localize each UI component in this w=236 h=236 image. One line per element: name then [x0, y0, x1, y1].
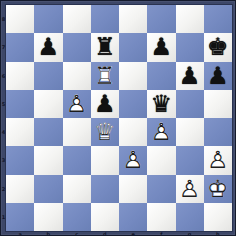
piece-white-rook[interactable]: ♜♖	[91, 62, 119, 90]
square-c2[interactable]	[63, 175, 91, 203]
white-king-glyph: ♔	[207, 177, 229, 201]
square-a3[interactable]	[6, 146, 34, 174]
piece-black-rook[interactable]: ♜	[91, 33, 119, 61]
square-h2[interactable]: ♚♔	[204, 175, 232, 203]
white-queen-glyph: ♕	[94, 120, 116, 144]
square-d8[interactable]	[91, 5, 119, 33]
square-g4[interactable]	[176, 118, 204, 146]
piece-black-pawn[interactable]: ♟	[204, 62, 232, 90]
square-d6[interactable]: ♜♖	[91, 62, 119, 90]
black-king-glyph: ♚	[207, 35, 229, 59]
square-g5[interactable]	[176, 90, 204, 118]
white-pawn-glyph: ♙	[151, 120, 173, 144]
square-h4[interactable]	[204, 118, 232, 146]
square-a1[interactable]	[6, 203, 34, 231]
square-b1[interactable]	[34, 203, 62, 231]
piece-black-pawn[interactable]: ♟	[91, 90, 119, 118]
square-e6[interactable]	[119, 62, 147, 90]
square-h1[interactable]	[204, 203, 232, 231]
square-f1[interactable]	[147, 203, 175, 231]
black-rook-glyph: ♜	[94, 35, 116, 59]
square-h6[interactable]: ♟	[204, 62, 232, 90]
chess-board: ♟♜♟♚♜♖♟♟♟♙♟♛♛♕♟♙♟♙♟♙♟♙♚♔	[6, 5, 232, 231]
square-g1[interactable]	[176, 203, 204, 231]
square-b8[interactable]	[34, 5, 62, 33]
square-d2[interactable]	[91, 175, 119, 203]
square-f5[interactable]: ♛	[147, 90, 175, 118]
square-e8[interactable]	[119, 5, 147, 33]
square-b3[interactable]	[34, 146, 62, 174]
square-h8[interactable]	[204, 5, 232, 33]
square-d4[interactable]: ♛♕	[91, 118, 119, 146]
square-d1[interactable]	[91, 203, 119, 231]
square-b6[interactable]	[34, 62, 62, 90]
square-f7[interactable]: ♟	[147, 33, 175, 61]
square-a4[interactable]	[6, 118, 34, 146]
square-e2[interactable]	[119, 175, 147, 203]
piece-white-pawn[interactable]: ♟♙	[147, 118, 175, 146]
black-pawn-glyph: ♟	[151, 35, 173, 59]
square-h7[interactable]: ♚	[204, 33, 232, 61]
square-b7[interactable]: ♟	[34, 33, 62, 61]
piece-white-pawn[interactable]: ♟♙	[119, 146, 147, 174]
square-e3[interactable]: ♟♙	[119, 146, 147, 174]
square-c8[interactable]	[63, 5, 91, 33]
square-c6[interactable]	[63, 62, 91, 90]
square-g7[interactable]	[176, 33, 204, 61]
square-c3[interactable]	[63, 146, 91, 174]
square-a6[interactable]	[6, 62, 34, 90]
square-a8[interactable]	[6, 5, 34, 33]
white-pawn-glyph: ♙	[66, 92, 88, 116]
black-pawn-glyph: ♟	[207, 64, 229, 88]
black-pawn-glyph: ♟	[179, 64, 201, 88]
piece-white-pawn[interactable]: ♟♙	[63, 90, 91, 118]
square-f6[interactable]	[147, 62, 175, 90]
square-c5[interactable]: ♟♙	[63, 90, 91, 118]
white-rook-glyph: ♖	[94, 64, 116, 88]
piece-black-pawn[interactable]: ♟	[176, 62, 204, 90]
piece-white-pawn[interactable]: ♟♙	[176, 175, 204, 203]
square-b2[interactable]	[34, 175, 62, 203]
square-a7[interactable]	[6, 33, 34, 61]
square-c7[interactable]	[63, 33, 91, 61]
square-e7[interactable]	[119, 33, 147, 61]
board-frame: 87654321 abcdefgh ♟♜♟♚♜♖♟♟♟♙♟♛♛♕♟♙♟♙♟♙♟♙…	[0, 0, 236, 236]
white-pawn-glyph: ♙	[179, 177, 201, 201]
black-pawn-glyph: ♟	[38, 35, 60, 59]
square-c1[interactable]	[63, 203, 91, 231]
square-f3[interactable]	[147, 146, 175, 174]
square-a2[interactable]	[6, 175, 34, 203]
black-queen-glyph: ♛	[151, 92, 173, 116]
square-c4[interactable]	[63, 118, 91, 146]
white-pawn-glyph: ♙	[207, 148, 229, 172]
square-d7[interactable]: ♜	[91, 33, 119, 61]
square-d5[interactable]: ♟	[91, 90, 119, 118]
square-e5[interactable]	[119, 90, 147, 118]
piece-white-king[interactable]: ♚♔	[204, 175, 232, 203]
piece-black-pawn[interactable]: ♟	[34, 33, 62, 61]
square-e1[interactable]	[119, 203, 147, 231]
piece-black-queen[interactable]: ♛	[147, 90, 175, 118]
square-g8[interactable]	[176, 5, 204, 33]
square-b5[interactable]	[34, 90, 62, 118]
piece-black-pawn[interactable]: ♟	[147, 33, 175, 61]
piece-white-queen[interactable]: ♛♕	[91, 118, 119, 146]
white-pawn-glyph: ♙	[122, 148, 144, 172]
piece-black-king[interactable]: ♚	[204, 33, 232, 61]
black-pawn-glyph: ♟	[94, 92, 116, 116]
square-f8[interactable]	[147, 5, 175, 33]
square-h5[interactable]	[204, 90, 232, 118]
square-d3[interactable]	[91, 146, 119, 174]
square-g2[interactable]: ♟♙	[176, 175, 204, 203]
piece-white-pawn[interactable]: ♟♙	[204, 146, 232, 174]
square-b4[interactable]	[34, 118, 62, 146]
square-e4[interactable]	[119, 118, 147, 146]
square-h3[interactable]: ♟♙	[204, 146, 232, 174]
square-g3[interactable]	[176, 146, 204, 174]
square-f4[interactable]: ♟♙	[147, 118, 175, 146]
square-a5[interactable]	[6, 90, 34, 118]
square-g6[interactable]: ♟	[176, 62, 204, 90]
square-f2[interactable]	[147, 175, 175, 203]
